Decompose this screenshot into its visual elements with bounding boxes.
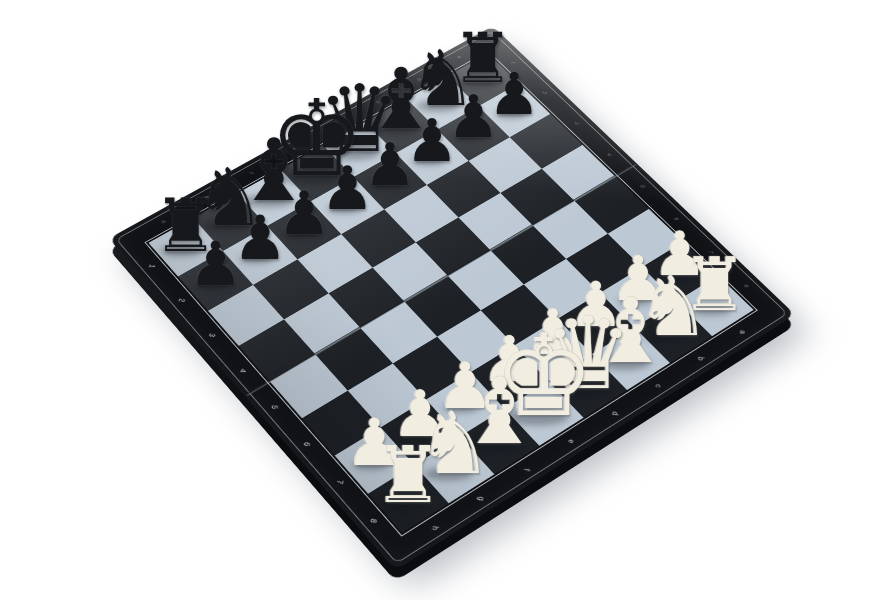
coord-label-f: f [522, 468, 531, 471]
coord-label-2: 2 [542, 91, 548, 94]
coord-label-7: 7 [335, 480, 344, 485]
coord-label-a: a [738, 330, 746, 335]
piece-white-rook-h8[interactable]: ♜ [373, 436, 443, 514]
coord-label-3: 3 [574, 122, 580, 125]
photo-stage: hhggffeeddccbbaa1122334455667788 ♜♞♝♚♛♝♞… [0, 0, 872, 600]
piece-black-pawn-h2[interactable]: ♟ [188, 233, 243, 294]
coord-label-6: 6 [302, 442, 311, 447]
coord-label-c: c [654, 384, 663, 388]
coord-label-2: 2 [177, 298, 186, 302]
coord-label-4: 4 [238, 368, 247, 373]
coord-label-h: h [430, 526, 439, 531]
coord-label-5: 5 [639, 185, 645, 188]
coord-label-b: b [696, 356, 705, 361]
coord-label-4: 4 [606, 153, 612, 156]
coord-label-3: 3 [207, 333, 216, 338]
coord-label-g: g [476, 496, 485, 501]
coord-label-5: 5 [269, 405, 278, 410]
